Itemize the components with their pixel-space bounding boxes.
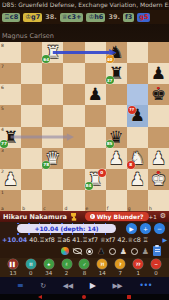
square-d2[interactable] (63, 169, 84, 190)
square-h8[interactable] (148, 42, 169, 63)
square-b7[interactable] (21, 63, 42, 84)
square-g7[interactable] (127, 63, 148, 84)
quality-excellent[interactable]: ✌2 (62, 259, 72, 276)
square-b2[interactable] (21, 169, 42, 190)
move-♖c8[interactable]: ♖c8 (2, 13, 20, 22)
info-icon: ! (90, 214, 95, 219)
square-a1[interactable]: 1a (0, 190, 21, 211)
blunder-icon: ?? (133, 259, 143, 269)
square-c5[interactable] (42, 105, 63, 126)
engine-play-button[interactable]: ▶ (126, 223, 137, 234)
why-blunder-button[interactable]: ! Why Blunder? (85, 212, 149, 221)
square-e2[interactable]: ♜840 (85, 169, 106, 190)
piece-badge: 0 (98, 169, 106, 177)
square-a8[interactable]: 8 (0, 42, 21, 63)
menu-icon[interactable]: ≡ (17, 281, 23, 290)
square-h1[interactable]: h (148, 190, 169, 211)
rank-label: 1 (1, 190, 4, 195)
inaccuracy-icon: ?! (97, 259, 107, 269)
square-g1[interactable]: g (127, 190, 148, 211)
square-f3[interactable]: ♟ (106, 148, 127, 169)
square-f7[interactable]: ♜37 (106, 63, 127, 84)
square-g2[interactable]: ♟ (127, 169, 148, 190)
eval-pill[interactable]: +10.04 (depth: 14) (17, 224, 116, 233)
move-g5[interactable]: g5 (137, 13, 150, 22)
square-e6[interactable]: ♟ (85, 84, 106, 105)
rank-label: 3 (1, 148, 4, 153)
square-f4[interactable]: ♛85 (106, 127, 127, 148)
clipboard-icon[interactable] (153, 246, 161, 256)
square-h2[interactable]: ♚ (148, 169, 169, 190)
square-b1[interactable]: b (21, 190, 42, 211)
square-b8[interactable] (21, 42, 42, 63)
square-a5[interactable]: 5 (0, 105, 21, 126)
square-e1[interactable]: e (85, 190, 106, 211)
square-a2[interactable]: 2♟ (0, 169, 21, 190)
excellent-icon: ✌ (62, 259, 72, 269)
white-pawn[interactable]: ♟ (127, 169, 148, 190)
square-b4[interactable] (21, 127, 42, 148)
move-quality-summary: ▌▌13!!0★34✌2✓8?!14?7??1−0 (0, 258, 169, 277)
file-label: d (64, 206, 67, 211)
square-e7[interactable] (85, 63, 106, 84)
square-b6[interactable] (21, 84, 42, 105)
eval-seekbar[interactable]: +10.04 (depth: 14) (17, 223, 116, 235)
engine-line-row: +10.04 40.♖xf8 ♖a6 41.♖xf7 ♕xf7 42.♕c8 ♖… (0, 235, 169, 244)
square-a7[interactable]: 7 (0, 63, 21, 84)
good-count: 8 (83, 270, 87, 276)
quality-best[interactable]: ★34 (44, 259, 54, 276)
black-pawn[interactable]: ♟ (85, 84, 106, 105)
square-c1[interactable]: c (42, 190, 63, 211)
player-bottom-bar: Hikaru Nakamura ! Why Blunder? +1 ⚙ (0, 211, 169, 222)
square-f2[interactable] (106, 169, 127, 190)
square-e8[interactable] (85, 42, 106, 63)
forward-icon[interactable]: ▶▶ (112, 282, 122, 290)
move-f3[interactable]: f3 (123, 13, 134, 22)
board-squares: 8♜64♞407♜37♟6♟♚5♟??4♜77♛853♛78♟♞8♟2♟♜840… (0, 42, 169, 211)
gear-icon[interactable]: ⚙ (160, 213, 166, 220)
square-d6[interactable] (63, 84, 84, 105)
why-blunder-label: Why Blunder? (97, 213, 144, 220)
crown-jewel (157, 171, 160, 174)
radio-off-icon[interactable] (131, 248, 138, 255)
square-d1[interactable]: d (63, 190, 84, 211)
file-label: c (43, 206, 45, 211)
brilliant-icon: !! (26, 259, 36, 269)
engine-icon[interactable] (61, 247, 69, 255)
file-label: h (149, 206, 152, 211)
square-f5[interactable] (106, 105, 127, 126)
square-g4[interactable] (127, 127, 148, 148)
rank-label: 6 (1, 85, 4, 90)
piece-badge: 37 (106, 76, 114, 84)
inaccuracy-count: 14 (99, 270, 106, 276)
white-pawn[interactable]: ♟ (0, 169, 21, 190)
move-list: ♖c8♔g738.♕c3+♔h639.f3g5 (0, 10, 169, 24)
quality-inaccuracy[interactable]: ?!14 (97, 259, 107, 276)
square-c8[interactable]: ♜64 (42, 42, 63, 63)
square-d7[interactable] (63, 63, 84, 84)
square-a3[interactable]: 3 (0, 148, 21, 169)
piece-badge: 77 (0, 140, 8, 148)
rank-label: 7 (1, 64, 4, 69)
move-♔h6[interactable]: ♔h6 (86, 13, 105, 22)
quality-missed[interactable]: −0 (151, 259, 161, 276)
app-screen: D85: Gruenfeld Defense, Exchange Variati… (0, 0, 169, 300)
square-e5[interactable] (85, 105, 106, 126)
file-label: e (86, 206, 89, 211)
radio-off-icon[interactable] (109, 248, 116, 255)
player-bottom-name: Hikaru Nakamura (3, 213, 67, 221)
square-a6[interactable]: 6 (0, 84, 21, 105)
black-pawn[interactable]: ♟ (148, 63, 169, 84)
remove-line-button[interactable]: − (154, 223, 165, 234)
square-h7[interactable]: ♟ (148, 63, 169, 84)
square-f6[interactable] (106, 84, 127, 105)
square-f8[interactable]: ♞40 (106, 42, 127, 63)
piece-badge: 85 (106, 140, 114, 148)
file-label: b (22, 206, 25, 211)
quality-good[interactable]: ✓8 (79, 259, 89, 276)
repeat-icon[interactable]: ↻ (40, 282, 45, 290)
system-nav (0, 294, 169, 300)
piece-badge: 40 (106, 55, 114, 63)
pawn-white-icon[interactable]: ♟ (120, 247, 127, 256)
square-d3[interactable] (63, 148, 84, 169)
chess-board: 8♜64♞407♜37♟6♟♚5♟??4♜77♛853♛78♟♞8♟2♟♜840… (0, 42, 169, 211)
quality-blunder[interactable]: ??1 (133, 259, 143, 276)
file-label: a (1, 206, 4, 211)
square-c3[interactable]: ♛78 (42, 148, 63, 169)
blunder-count: 1 (136, 270, 140, 276)
pawn-black-icon[interactable]: ♟ (97, 247, 104, 256)
engine-moves[interactable]: 40.♖xf8 ♖a6 41.♖xf7 ♕xf7 42.♕c8 ♖ (29, 236, 148, 243)
square-h5[interactable] (148, 105, 169, 126)
back-button[interactable] (38, 295, 42, 299)
square-e3[interactable] (85, 148, 106, 169)
square-c2[interactable] (42, 169, 63, 190)
excellent-count: 2 (65, 270, 69, 276)
piece-badge: 78 (42, 161, 50, 169)
rank-label: 8 (1, 43, 4, 48)
file-label: f (107, 206, 109, 211)
square-e4[interactable] (85, 127, 106, 148)
opening-title: D85: Gruenfeld Defense, Exchange Variati… (2, 1, 169, 8)
more-icon[interactable]: ••• (139, 281, 152, 290)
piece-badge: 84 (85, 182, 93, 190)
eye-off-icon[interactable] (73, 248, 82, 254)
recents-button[interactable] (127, 295, 131, 299)
square-f1[interactable]: f (106, 190, 127, 211)
trophy-icon (70, 213, 71, 221)
move-♕c3+[interactable]: ♕c3+ (60, 13, 84, 22)
square-h4[interactable] (148, 127, 169, 148)
square-g8[interactable] (127, 42, 148, 63)
add-line-button[interactable]: + (140, 223, 151, 234)
move-number: 38. (45, 13, 57, 21)
white-pawn[interactable]: ♟ (148, 148, 169, 169)
square-g5[interactable]: ♟?? (127, 105, 148, 126)
play-icon[interactable]: ▶ (90, 281, 96, 290)
quality-mistake[interactable]: ?7 (115, 259, 125, 276)
best-count: 34 (45, 270, 52, 276)
brilliant-count: 0 (29, 270, 33, 276)
best-icon: ★ (44, 259, 54, 269)
missed-count: 0 (154, 270, 158, 276)
square-d5[interactable] (63, 105, 84, 126)
opening-title-bar: D85: Gruenfeld Defense, Exchange Variati… (0, 0, 169, 10)
pawn-gray-icon[interactable]: ♟ (142, 247, 149, 256)
quality-brilliant[interactable]: !!0 (26, 259, 36, 276)
book-count: 13 (9, 270, 16, 276)
eval-text: +10.04 (depth: 14) (34, 225, 98, 232)
file-label: g (128, 206, 131, 211)
quality-book[interactable]: ▌▌13 (8, 259, 18, 276)
radio-on-icon[interactable] (86, 248, 93, 255)
square-b5[interactable] (21, 105, 42, 126)
square-h6[interactable]: ♚ (148, 84, 169, 105)
square-h3[interactable]: ♟ (148, 148, 169, 169)
rewind-icon[interactable]: ◀◀ (63, 282, 73, 290)
analysis-tools: ♟♟♟ (0, 244, 169, 258)
square-c7[interactable] (42, 63, 63, 84)
eval-change-label: +1 (149, 214, 157, 220)
player-top-bar: Magnus Carlsen (0, 24, 169, 42)
evaluation-row: +10.04 (depth: 14) ▶ + − (0, 222, 169, 235)
square-d4[interactable] (63, 127, 84, 148)
piece-badge: ?? (128, 106, 136, 114)
square-g3[interactable]: ♞8 (127, 148, 148, 169)
home-button[interactable] (82, 295, 86, 299)
mistake-icon: ? (115, 259, 125, 269)
move-number: 39. (108, 13, 120, 21)
player-top-name: Magnus Carlsen (2, 32, 54, 40)
move-♔g7[interactable]: ♔g7 (23, 13, 42, 22)
engine-eval: +10.04 (2, 236, 27, 243)
white-pawn[interactable]: ♟ (106, 148, 127, 169)
missed-icon: − (151, 259, 161, 269)
square-c4[interactable] (42, 127, 63, 148)
square-b3[interactable] (21, 148, 42, 169)
playback-bar: ≡↻◀◀▶▶▶••• (0, 277, 169, 294)
square-a4[interactable]: 4♜77 (0, 127, 21, 148)
book-icon: ▌▌ (8, 259, 18, 269)
mistake-count: 7 (118, 270, 122, 276)
engine-buttons: ▶ + − (126, 223, 165, 234)
piece-badge: 8 (127, 161, 135, 169)
square-g6[interactable] (127, 84, 148, 105)
good-icon: ✓ (79, 259, 89, 269)
square-c6[interactable] (42, 84, 63, 105)
square-d8[interactable] (63, 42, 84, 63)
crown-jewel (157, 87, 160, 90)
rank-label: 5 (1, 106, 4, 111)
engine-line-play-icon[interactable]: ▶ (162, 236, 167, 243)
